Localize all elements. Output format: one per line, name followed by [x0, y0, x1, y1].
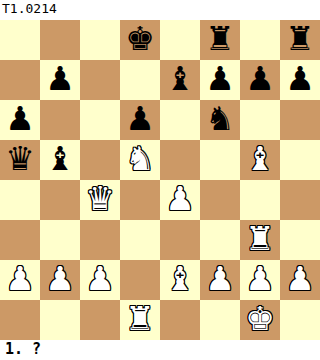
piece-white-pawn-e4: ♟	[165, 179, 195, 219]
piece-white-pawn-b2: ♟	[45, 259, 75, 299]
piece-black-knight-f6: ♞	[205, 99, 235, 139]
square-c1[interactable]	[80, 300, 120, 340]
square-a2[interactable]: ♟	[0, 260, 40, 300]
square-e3[interactable]	[160, 220, 200, 260]
square-c5[interactable]	[80, 140, 120, 180]
piece-black-pawn-d6: ♟	[125, 99, 155, 139]
square-h2[interactable]: ♟	[280, 260, 320, 300]
square-f2[interactable]: ♟	[200, 260, 240, 300]
square-d2[interactable]	[120, 260, 160, 300]
square-f4[interactable]	[200, 180, 240, 220]
piece-black-queen-a5: ♛	[5, 139, 35, 179]
square-c7[interactable]	[80, 60, 120, 100]
piece-black-bishop-b5: ♝	[45, 139, 75, 179]
square-c2[interactable]: ♟	[80, 260, 120, 300]
square-h6[interactable]	[280, 100, 320, 140]
square-c3[interactable]	[80, 220, 120, 260]
square-f3[interactable]	[200, 220, 240, 260]
square-g8[interactable]	[240, 20, 280, 60]
piece-white-pawn-a2: ♟	[5, 259, 35, 299]
piece-black-pawn-g7: ♟	[245, 59, 275, 99]
piece-white-knight-d5: ♞	[125, 139, 155, 179]
square-h5[interactable]	[280, 140, 320, 180]
square-f1[interactable]	[200, 300, 240, 340]
square-e6[interactable]	[160, 100, 200, 140]
square-c4[interactable]: ♛	[80, 180, 120, 220]
square-b8[interactable]	[40, 20, 80, 60]
square-g7[interactable]: ♟	[240, 60, 280, 100]
square-g5[interactable]: ♝	[240, 140, 280, 180]
piece-black-pawn-b7: ♟	[45, 59, 75, 99]
square-e8[interactable]	[160, 20, 200, 60]
square-g6[interactable]	[240, 100, 280, 140]
square-e7[interactable]: ♝	[160, 60, 200, 100]
piece-white-bishop-g5: ♝	[245, 139, 275, 179]
square-f7[interactable]: ♟	[200, 60, 240, 100]
move-prompt-label: 1. ?	[5, 340, 41, 359]
square-d3[interactable]	[120, 220, 160, 260]
square-c6[interactable]	[80, 100, 120, 140]
piece-white-pawn-f2: ♟	[205, 259, 235, 299]
square-a4[interactable]	[0, 180, 40, 220]
square-c8[interactable]	[80, 20, 120, 60]
piece-white-pawn-g2: ♟	[245, 259, 275, 299]
square-a3[interactable]	[0, 220, 40, 260]
square-d1[interactable]: ♜	[120, 300, 160, 340]
chess-diagram: T1.0214 ♚♜♜♟♝♟♟♟♟♟♞♛♝♞♝♛♟♜♟♟♟♝♟♟♟♜♚ 1. ?	[0, 0, 320, 360]
piece-white-pawn-c2: ♟	[85, 259, 115, 299]
piece-black-pawn-a6: ♟	[5, 99, 35, 139]
piece-black-pawn-h7: ♟	[285, 59, 315, 99]
square-h3[interactable]	[280, 220, 320, 260]
square-h7[interactable]: ♟	[280, 60, 320, 100]
square-h8[interactable]: ♜	[280, 20, 320, 60]
piece-black-pawn-f7: ♟	[205, 59, 235, 99]
square-f8[interactable]: ♜	[200, 20, 240, 60]
puzzle-id-label: T1.0214	[2, 1, 57, 17]
square-d8[interactable]: ♚	[120, 20, 160, 60]
square-d6[interactable]: ♟	[120, 100, 160, 140]
piece-white-queen-c4: ♛	[85, 179, 115, 219]
square-e5[interactable]	[160, 140, 200, 180]
square-e2[interactable]: ♝	[160, 260, 200, 300]
square-d7[interactable]	[120, 60, 160, 100]
square-a7[interactable]	[0, 60, 40, 100]
piece-black-king-d8: ♚	[125, 19, 155, 59]
square-f6[interactable]: ♞	[200, 100, 240, 140]
square-g4[interactable]	[240, 180, 280, 220]
square-b3[interactable]	[40, 220, 80, 260]
square-a6[interactable]: ♟	[0, 100, 40, 140]
piece-white-pawn-h2: ♟	[285, 259, 315, 299]
piece-white-rook-d1: ♜	[125, 299, 155, 339]
square-e4[interactable]: ♟	[160, 180, 200, 220]
square-a5[interactable]: ♛	[0, 140, 40, 180]
square-a8[interactable]	[0, 20, 40, 60]
piece-black-bishop-e7: ♝	[165, 59, 195, 99]
square-b4[interactable]	[40, 180, 80, 220]
square-b7[interactable]: ♟	[40, 60, 80, 100]
piece-white-rook-g3: ♜	[245, 219, 275, 259]
square-g3[interactable]: ♜	[240, 220, 280, 260]
square-b2[interactable]: ♟	[40, 260, 80, 300]
square-b1[interactable]	[40, 300, 80, 340]
chess-board: ♚♜♜♟♝♟♟♟♟♟♞♛♝♞♝♛♟♜♟♟♟♝♟♟♟♜♚	[0, 20, 320, 340]
square-f5[interactable]	[200, 140, 240, 180]
square-h4[interactable]	[280, 180, 320, 220]
square-h1[interactable]	[280, 300, 320, 340]
square-d4[interactable]	[120, 180, 160, 220]
piece-black-rook-h8: ♜	[285, 19, 315, 59]
square-g1[interactable]: ♚	[240, 300, 280, 340]
square-a1[interactable]	[0, 300, 40, 340]
square-b6[interactable]	[40, 100, 80, 140]
square-b5[interactable]: ♝	[40, 140, 80, 180]
piece-white-bishop-e2: ♝	[165, 259, 195, 299]
square-e1[interactable]	[160, 300, 200, 340]
piece-black-rook-f8: ♜	[205, 19, 235, 59]
piece-white-king-g1: ♚	[245, 299, 275, 339]
square-d5[interactable]: ♞	[120, 140, 160, 180]
square-g2[interactable]: ♟	[240, 260, 280, 300]
